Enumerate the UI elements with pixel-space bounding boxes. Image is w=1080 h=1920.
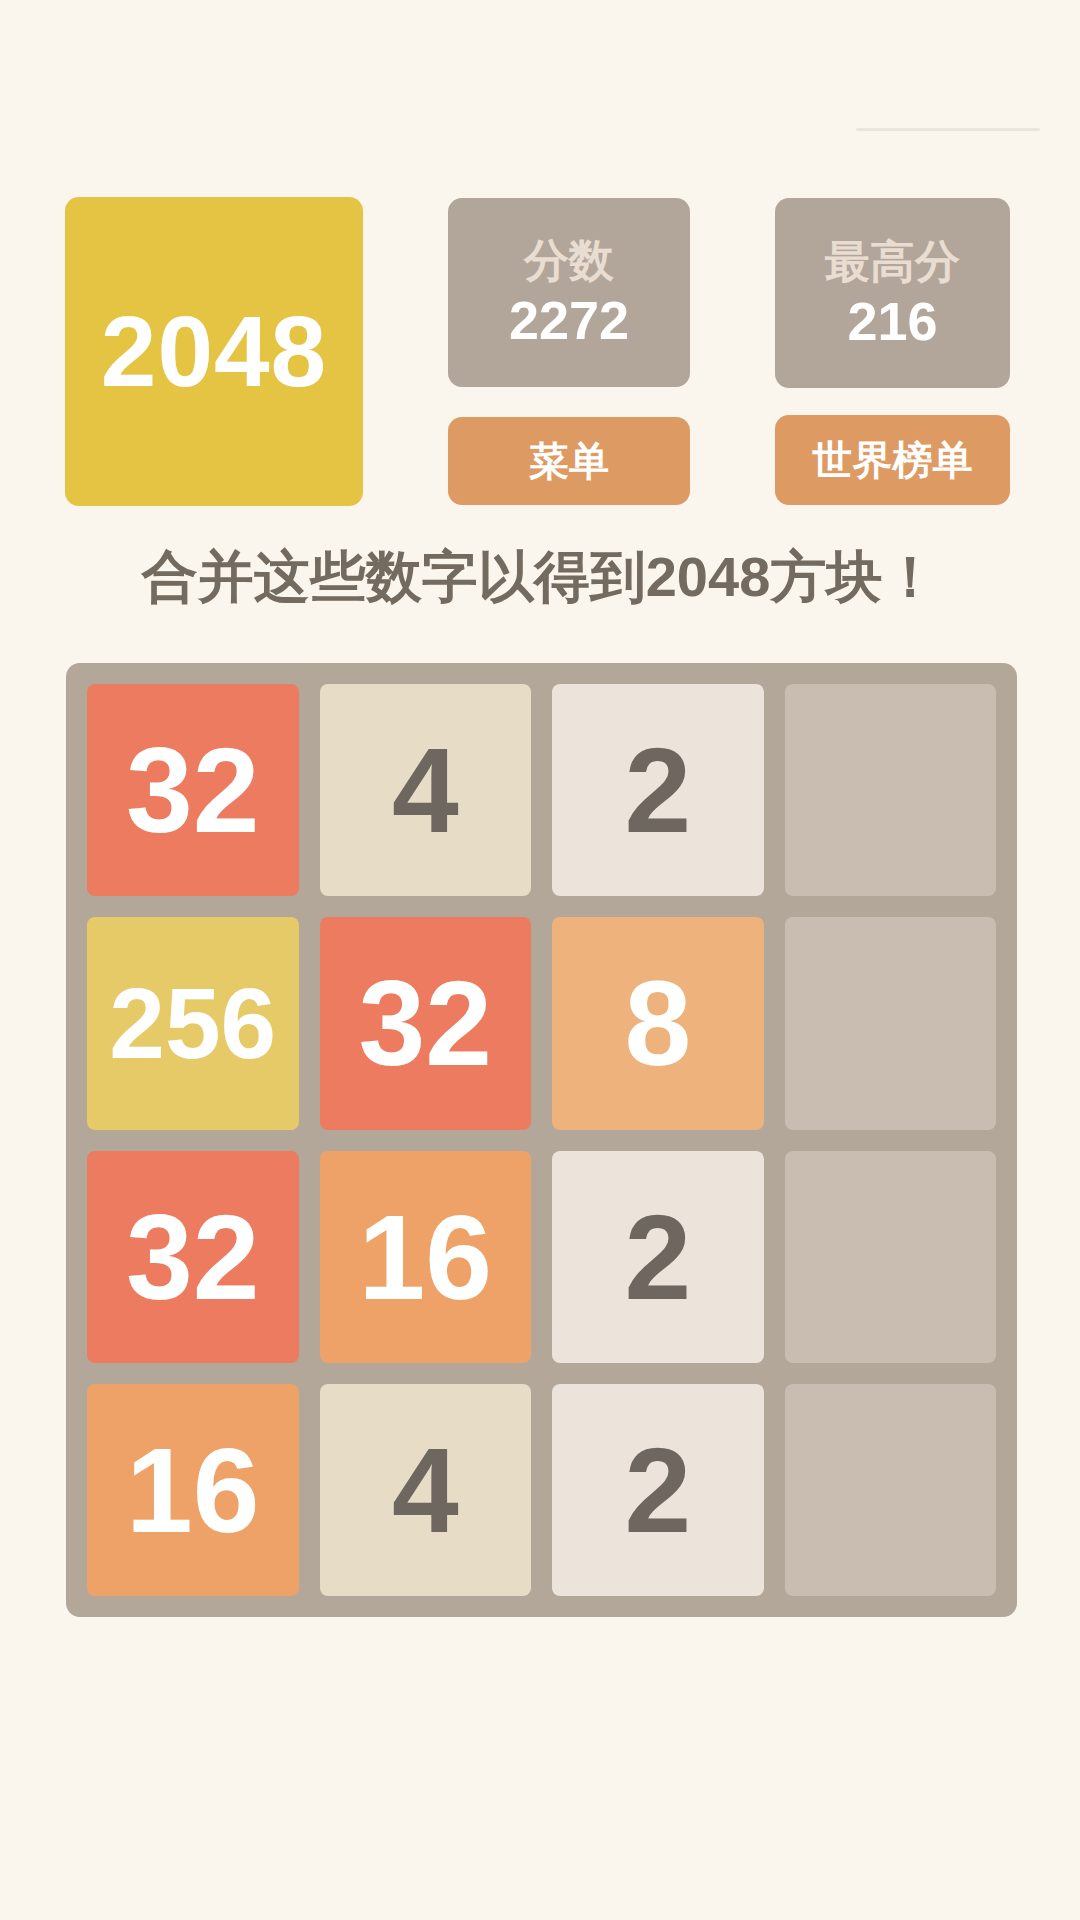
game-page: 2048 分数 2272 最高分 216 菜单 世界榜单 合并这些数字以得到20… <box>0 0 1080 1920</box>
tile-32-r3c1: 32 <box>87 1151 299 1363</box>
tile-32-r2c2: 32 <box>320 917 532 1129</box>
top-divider-line <box>856 128 1040 131</box>
empty-cell-r4c4 <box>785 1384 997 1596</box>
tile-4-r4c2: 4 <box>320 1384 532 1596</box>
tile-16-r4c1: 16 <box>87 1384 299 1596</box>
empty-cell-r3c4 <box>785 1151 997 1363</box>
tile-2-r4c3: 2 <box>552 1384 764 1596</box>
empty-cell-r2c4 <box>785 917 997 1129</box>
tile-32-r1c1: 32 <box>87 684 299 896</box>
best-score-value: 216 <box>847 294 937 348</box>
instruction-text: 合并这些数字以得到2048方块！ <box>0 540 1080 616</box>
best-score-label: 最高分 <box>825 239 960 284</box>
menu-button[interactable]: 菜单 <box>448 417 690 505</box>
best-score-box: 最高分 216 <box>775 198 1010 388</box>
logo-tile-2048: 2048 <box>65 197 363 506</box>
game-board[interactable]: 3242256328321621642 <box>66 663 1017 1617</box>
tile-16-r3c2: 16 <box>320 1151 532 1363</box>
tile-2-r3c3: 2 <box>552 1151 764 1363</box>
tile-4-r1c2: 4 <box>320 684 532 896</box>
tile-2-r1c3: 2 <box>552 684 764 896</box>
score-label: 分数 <box>524 238 614 283</box>
tile-8-r2c3: 8 <box>552 917 764 1129</box>
score-value: 2272 <box>509 293 629 347</box>
empty-cell-r1c4 <box>785 684 997 896</box>
leaderboard-button[interactable]: 世界榜单 <box>775 415 1010 505</box>
score-box: 分数 2272 <box>448 198 690 387</box>
tile-256-r2c1: 256 <box>87 917 299 1129</box>
